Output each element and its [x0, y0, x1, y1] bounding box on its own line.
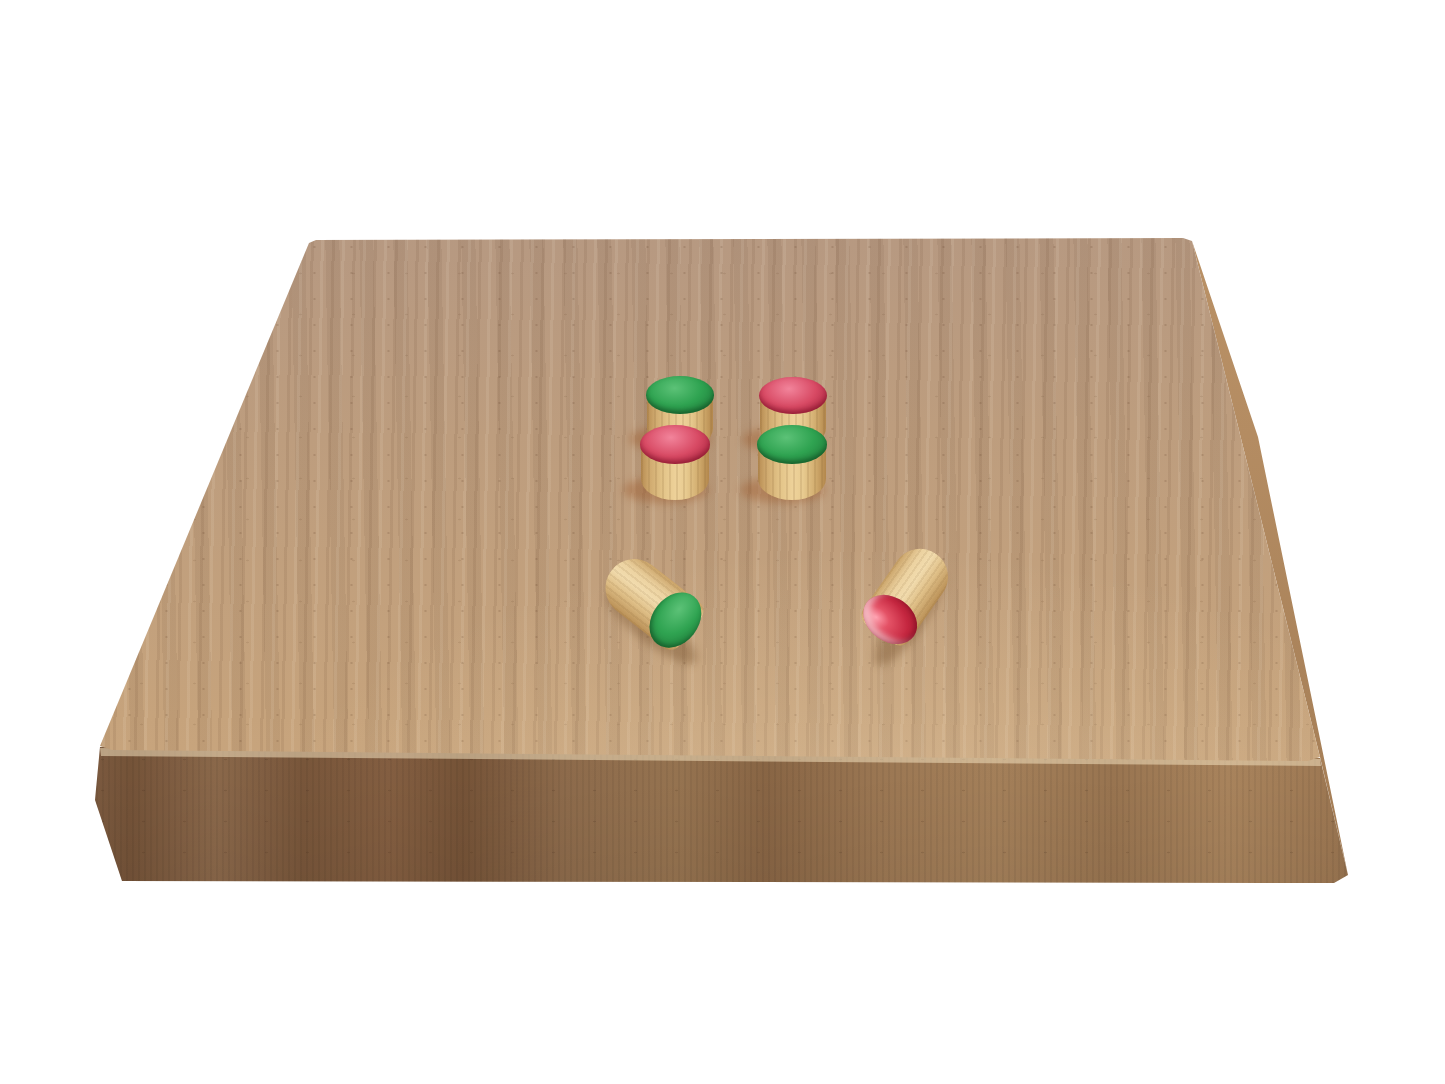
- peg-top-green: [646, 376, 714, 413]
- photo-stage: [0, 0, 1445, 1084]
- peg-top-red: [640, 425, 710, 464]
- board-top-face: [0, 0, 1445, 1084]
- peg-top-green: [757, 425, 827, 464]
- peg-top-red: [759, 377, 827, 414]
